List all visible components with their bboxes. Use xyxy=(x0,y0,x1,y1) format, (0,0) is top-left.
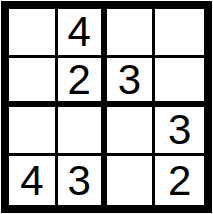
cell-r2c1[interactable] xyxy=(9,58,58,107)
cell-r4c2[interactable]: 3 xyxy=(58,156,107,205)
cell-r1c4[interactable] xyxy=(155,9,204,58)
cell-r2c3[interactable]: 3 xyxy=(107,58,156,107)
cell-r3c4[interactable]: 3 xyxy=(155,107,204,156)
cell-r3c2[interactable] xyxy=(58,107,107,156)
cell-r2c4[interactable] xyxy=(155,58,204,107)
cell-r3c3[interactable] xyxy=(107,107,156,156)
cell-r1c3[interactable] xyxy=(107,9,156,58)
cell-r2c2[interactable]: 2 xyxy=(58,58,107,107)
cell-r4c3[interactable] xyxy=(107,156,156,205)
cell-r1c2[interactable]: 4 xyxy=(58,9,107,58)
cell-r3c1[interactable] xyxy=(9,107,58,156)
cell-r4c4[interactable]: 2 xyxy=(155,156,204,205)
cell-r1c1[interactable] xyxy=(9,9,58,58)
cell-r4c1[interactable]: 4 xyxy=(9,156,58,205)
sudoku-board: 4 2 3 3 4 3 2 xyxy=(1,1,212,213)
